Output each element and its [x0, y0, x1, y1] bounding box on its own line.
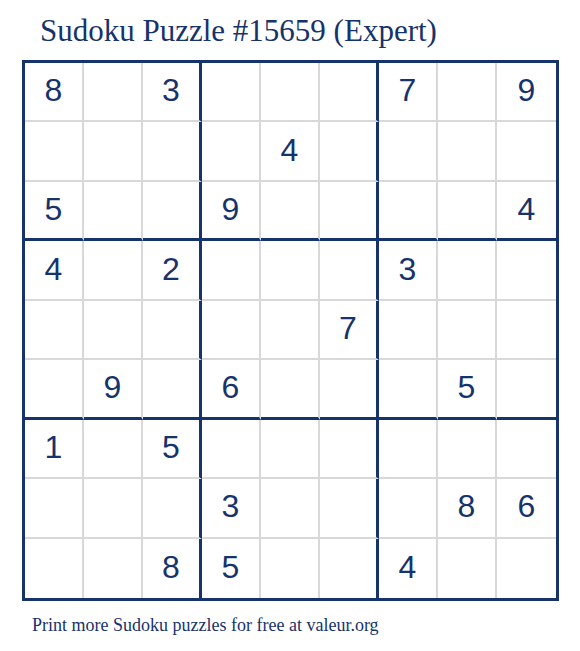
cell-r4c7: 3: [379, 241, 438, 300]
cell-r4c2: [84, 241, 143, 300]
cell-r4c6: [320, 241, 379, 300]
cell-r4c4: [202, 241, 261, 300]
cell-r2c6: [320, 122, 379, 181]
printable-sudoku-page: Sudoku Puzzle #15659 (Expert) 8379459442…: [0, 0, 580, 651]
cell-r7c8: [438, 420, 497, 479]
cell-r5c3: [143, 301, 202, 360]
cell-r4c3: 2: [143, 241, 202, 300]
cell-r9c3: 8: [143, 539, 202, 598]
cell-r6c2: 9: [84, 360, 143, 419]
cell-r3c7: [379, 182, 438, 241]
cell-r6c9: [497, 360, 556, 419]
cell-r7c5: [261, 420, 320, 479]
cell-r3c5: [261, 182, 320, 241]
cell-r8c8: 8: [438, 479, 497, 538]
footer-credit: Print more Sudoku puzzles for free at va…: [32, 615, 379, 636]
cell-r1c2: [84, 63, 143, 122]
cell-r1c3: 3: [143, 63, 202, 122]
cell-r1c9: 9: [497, 63, 556, 122]
cell-r3c4: 9: [202, 182, 261, 241]
cell-r1c7: 7: [379, 63, 438, 122]
cell-r9c4: 5: [202, 539, 261, 598]
cell-r9c1: [25, 539, 84, 598]
cell-r7c2: [84, 420, 143, 479]
cell-r8c3: [143, 479, 202, 538]
cell-r5c9: [497, 301, 556, 360]
cell-r3c6: [320, 182, 379, 241]
cell-r6c5: [261, 360, 320, 419]
puzzle-title: Sudoku Puzzle #15659 (Expert): [40, 13, 437, 49]
cell-r1c4: [202, 63, 261, 122]
cell-r8c7: [379, 479, 438, 538]
cell-r4c5: [261, 241, 320, 300]
cell-r1c5: [261, 63, 320, 122]
cell-r4c8: [438, 241, 497, 300]
cell-r1c6: [320, 63, 379, 122]
cell-r2c8: [438, 122, 497, 181]
cell-r9c9: [497, 539, 556, 598]
cell-r2c9: [497, 122, 556, 181]
cell-r9c2: [84, 539, 143, 598]
cell-r1c1: 8: [25, 63, 84, 122]
cell-r8c4: 3: [202, 479, 261, 538]
cell-r7c1: 1: [25, 420, 84, 479]
cell-r4c1: 4: [25, 241, 84, 300]
cell-r3c3: [143, 182, 202, 241]
cell-r7c6: [320, 420, 379, 479]
cell-r9c7: 4: [379, 539, 438, 598]
cell-r2c4: [202, 122, 261, 181]
cell-r6c7: [379, 360, 438, 419]
cell-r7c9: [497, 420, 556, 479]
cell-r6c1: [25, 360, 84, 419]
cell-r6c8: 5: [438, 360, 497, 419]
cell-r6c6: [320, 360, 379, 419]
cell-r3c9: 4: [497, 182, 556, 241]
sudoku-board: 83794594423796515386854: [22, 60, 559, 601]
cell-r8c5: [261, 479, 320, 538]
cell-r1c8: [438, 63, 497, 122]
cell-r3c1: 5: [25, 182, 84, 241]
cell-r3c8: [438, 182, 497, 241]
cell-r8c6: [320, 479, 379, 538]
cell-r9c6: [320, 539, 379, 598]
cell-r5c1: [25, 301, 84, 360]
cell-r5c5: [261, 301, 320, 360]
cell-r5c8: [438, 301, 497, 360]
cell-r8c1: [25, 479, 84, 538]
cell-r5c2: [84, 301, 143, 360]
cell-r7c4: [202, 420, 261, 479]
cell-r5c6: 7: [320, 301, 379, 360]
cell-r6c3: [143, 360, 202, 419]
cell-r5c4: [202, 301, 261, 360]
cell-r7c7: [379, 420, 438, 479]
cell-r2c3: [143, 122, 202, 181]
cell-r2c1: [25, 122, 84, 181]
cell-r2c2: [84, 122, 143, 181]
cell-r5c7: [379, 301, 438, 360]
cell-r7c3: 5: [143, 420, 202, 479]
cell-r8c2: [84, 479, 143, 538]
cell-r3c2: [84, 182, 143, 241]
cell-r2c7: [379, 122, 438, 181]
cell-r2c5: 4: [261, 122, 320, 181]
cell-r9c5: [261, 539, 320, 598]
cell-r4c9: [497, 241, 556, 300]
cell-r8c9: 6: [497, 479, 556, 538]
cell-r6c4: 6: [202, 360, 261, 419]
cell-r9c8: [438, 539, 497, 598]
